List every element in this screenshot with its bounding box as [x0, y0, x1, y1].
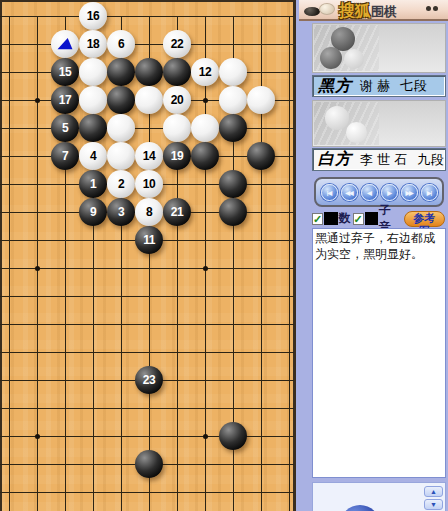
go-board[interactable]: 16186221512172057414191210938211123: [0, 0, 296, 511]
black-stone: 7: [51, 142, 79, 170]
white-stone: 18: [79, 30, 107, 58]
black-stone: [107, 86, 135, 114]
move-number: 18: [87, 38, 99, 50]
black-stone: [219, 170, 247, 198]
black-stone: [191, 142, 219, 170]
forward-button[interactable]: ▶: [381, 184, 398, 201]
tray-stone: [344, 49, 364, 69]
white-stone: 6: [107, 30, 135, 58]
tray-stone: [320, 47, 342, 69]
white-stone: [191, 114, 219, 142]
white-stone: [107, 114, 135, 142]
option-checkbox-1[interactable]: ✓: [353, 213, 364, 225]
board-gridline-h: [0, 44, 294, 45]
move-number: 8: [146, 206, 152, 218]
tray-stone: [346, 122, 367, 143]
star-point: [35, 266, 40, 271]
app-title-main: 搜狐: [339, 2, 371, 19]
black-stone: [79, 114, 107, 142]
white-captures-tray: [312, 100, 446, 147]
black-stone-icon: [304, 7, 320, 16]
white-stone: 20: [163, 86, 191, 114]
black-stone: [219, 114, 247, 142]
move-number: 11: [143, 234, 155, 246]
board-window-top-border: [0, 0, 296, 2]
black-stone: 21: [163, 198, 191, 226]
decoration-dot-icon: [426, 6, 431, 11]
fast-forward-button[interactable]: ▶▶: [401, 184, 418, 201]
scroll-down-button[interactable]: ▼: [424, 499, 443, 510]
black-stone: [135, 58, 163, 86]
black-player-name: 谢赫: [360, 77, 394, 95]
black-player-rank: 七段: [400, 77, 428, 95]
move-number: 3: [118, 206, 124, 218]
white-stone: [79, 86, 107, 114]
black-stone: 5: [51, 114, 79, 142]
tray-stone: [325, 106, 349, 130]
white-stone: 10: [135, 170, 163, 198]
star-point: [203, 98, 208, 103]
white-stones-image: [314, 102, 379, 145]
app-title: 搜狐围棋: [339, 1, 397, 22]
board-gridline-h: [0, 408, 294, 409]
move-number: 17: [59, 94, 71, 106]
last-move-triangle-marker: [57, 37, 74, 51]
black-stone: [107, 58, 135, 86]
back-button[interactable]: ◀: [361, 184, 378, 201]
move-number: 14: [143, 150, 155, 162]
move-number: 1: [90, 178, 96, 190]
white-stone: [107, 142, 135, 170]
board-gridline-h: [0, 268, 294, 269]
white-stone: 2: [107, 170, 135, 198]
panel-header: 搜狐围棋: [299, 0, 448, 21]
white-stone: [51, 30, 79, 58]
white-stone: 8: [135, 198, 163, 226]
board-gridline-h: [0, 128, 294, 129]
board-gridline-h: [0, 352, 294, 353]
bottom-widget: ▲ ▼: [312, 482, 446, 511]
globe-logo-icon: [340, 505, 380, 511]
black-stone: 23: [135, 366, 163, 394]
star-point: [35, 434, 40, 439]
white-player-bar[interactable]: 白方 李世石 九段: [312, 148, 446, 171]
color-swatch-1[interactable]: [365, 212, 378, 225]
side-panel: 搜狐围棋 黑方 谢赫 七段 白方 李世石 九段: [299, 0, 448, 511]
black-stone: 19: [163, 142, 191, 170]
board-gridline-h: [0, 492, 294, 493]
white-stone: [219, 58, 247, 86]
move-number: 16: [87, 10, 99, 22]
white-stone: [247, 86, 275, 114]
black-stone: [247, 142, 275, 170]
white-stone: [163, 114, 191, 142]
board-gridline-h: [0, 436, 294, 437]
move-number: 7: [62, 150, 68, 162]
star-point: [203, 266, 208, 271]
board-gridline-h: [0, 296, 294, 297]
move-number: 9: [90, 206, 96, 218]
white-stone-icon: [319, 3, 335, 15]
last-move-button[interactable]: ▶|: [421, 184, 438, 201]
black-side-label: 黑方: [318, 76, 352, 97]
black-stone: 17: [51, 86, 79, 114]
white-stone: [219, 86, 247, 114]
board-gridline-h: [0, 16, 294, 17]
move-number: 22: [171, 38, 183, 50]
move-number: 2: [118, 178, 124, 190]
move-number: 15: [59, 66, 71, 78]
move-number: 4: [90, 150, 96, 162]
white-stone: 4: [79, 142, 107, 170]
white-stone: 22: [163, 30, 191, 58]
move-number: 19: [171, 150, 183, 162]
black-stone: [163, 58, 191, 86]
black-stone: 9: [79, 198, 107, 226]
app-title-sub: 围棋: [371, 4, 397, 19]
white-stone: 16: [79, 2, 107, 30]
board-window-left-border: [0, 0, 2, 511]
reference-diagram-button[interactable]: 参考图: [404, 211, 445, 227]
option-label-0: 数: [339, 210, 351, 227]
board-gridline-h: [0, 324, 294, 325]
white-side-label: 白方: [318, 149, 352, 170]
star-point: [35, 98, 40, 103]
move-number: 23: [143, 374, 155, 386]
black-stone: [219, 198, 247, 226]
first-move-button[interactable]: |◀: [321, 184, 338, 201]
move-number: 6: [118, 38, 124, 50]
app-window: { "game": "go", "app": { "title": "搜狐围棋"…: [0, 0, 448, 511]
commentary-text-area[interactable]: 黑通过弃子，右边都成为实空，黑明显好。: [312, 228, 446, 478]
black-player-bar[interactable]: 黑方 谢赫 七段: [312, 75, 446, 97]
white-stone: 14: [135, 142, 163, 170]
scroll-up-button[interactable]: ▲: [424, 486, 443, 497]
options-row: ✓数✓子音 参考图: [312, 210, 446, 227]
board-gridline-v: [289, 16, 290, 511]
black-stones-image: [314, 25, 379, 71]
move-number: 12: [199, 66, 211, 78]
fast-back-button[interactable]: ◀◀: [341, 184, 358, 201]
option-checkbox-0[interactable]: ✓: [312, 213, 323, 225]
board-window-right-border: [293, 0, 296, 511]
star-point: [203, 434, 208, 439]
black-stone: [135, 450, 163, 478]
white-stone: [135, 86, 163, 114]
move-number: 5: [62, 122, 68, 134]
black-stone: 11: [135, 226, 163, 254]
black-stone: 1: [79, 170, 107, 198]
move-number: 20: [171, 94, 183, 106]
white-player-name: 李世石: [360, 151, 411, 169]
black-stone: 15: [51, 58, 79, 86]
move-number: 21: [171, 206, 183, 218]
black-stone: [219, 422, 247, 450]
white-player-rank: 九段: [417, 151, 445, 169]
white-stone: 12: [191, 58, 219, 86]
board-gridline-v: [9, 16, 10, 511]
white-stone: [79, 58, 107, 86]
black-stone: 3: [107, 198, 135, 226]
black-captures-tray: [312, 23, 446, 73]
decoration-dot-icon: [433, 6, 438, 11]
move-number: 10: [143, 178, 155, 190]
color-swatch-0[interactable]: [324, 212, 337, 225]
